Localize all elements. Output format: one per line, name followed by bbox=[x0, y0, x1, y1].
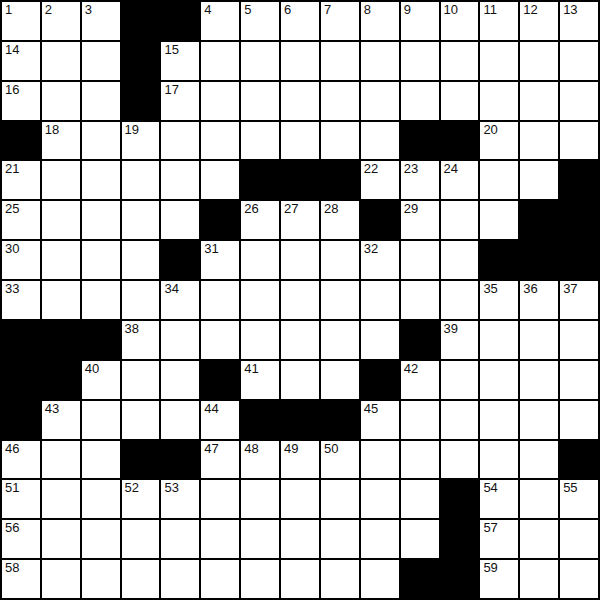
white-cell-r13-c7[interactable] bbox=[241, 480, 279, 518]
black-cell-r1-c4 bbox=[122, 2, 160, 40]
white-cell-r14-c15[interactable] bbox=[560, 520, 598, 558]
clue-number-18: 18 bbox=[45, 122, 59, 137]
white-cell-r3-c10[interactable] bbox=[361, 82, 399, 120]
clue-number-52: 52 bbox=[125, 480, 139, 495]
white-cell-r1-c13[interactable]: 11 bbox=[480, 2, 518, 40]
white-cell-r15-c2[interactable] bbox=[42, 560, 80, 598]
white-cell-r5-c2[interactable] bbox=[42, 161, 80, 199]
clue-number-49: 49 bbox=[284, 441, 298, 456]
white-cell-r12-c1[interactable]: 46 bbox=[2, 441, 40, 479]
clue-number-17: 17 bbox=[164, 82, 178, 97]
clue-number-55: 55 bbox=[563, 480, 577, 495]
clue-number-16: 16 bbox=[5, 82, 19, 97]
clue-number-23: 23 bbox=[404, 161, 418, 176]
clue-number-19: 19 bbox=[125, 122, 139, 137]
white-cell-r3-c12[interactable] bbox=[441, 82, 479, 120]
white-cell-r12-c14[interactable] bbox=[520, 441, 558, 479]
white-cell-r3-c7[interactable] bbox=[241, 82, 279, 120]
white-cell-r2-c8[interactable] bbox=[281, 42, 319, 80]
white-cell-r14-c6[interactable] bbox=[201, 520, 239, 558]
white-cell-r13-c1[interactable]: 51 bbox=[2, 480, 40, 518]
white-cell-r7-c7[interactable] bbox=[241, 241, 279, 279]
white-cell-r6-c9[interactable]: 28 bbox=[321, 201, 359, 239]
white-cell-r11-c2[interactable]: 43 bbox=[42, 401, 80, 439]
white-cell-r8-c9[interactable] bbox=[321, 281, 359, 319]
white-cell-r8-c6[interactable] bbox=[201, 281, 239, 319]
white-cell-r5-c13[interactable] bbox=[480, 161, 518, 199]
clue-number-15: 15 bbox=[164, 42, 178, 57]
white-cell-r15-c15[interactable] bbox=[560, 560, 598, 598]
clue-number-25: 25 bbox=[5, 201, 19, 216]
black-cell-r9-c11 bbox=[401, 321, 439, 359]
white-cell-r4-c5[interactable] bbox=[161, 122, 199, 160]
clue-number-20: 20 bbox=[483, 122, 497, 137]
black-cell-r14-c12 bbox=[441, 520, 479, 558]
crossword-board: 1234567891011121314151617181920212223242… bbox=[0, 0, 600, 600]
black-cell-r13-c12 bbox=[441, 480, 479, 518]
white-cell-r3-c13[interactable] bbox=[480, 82, 518, 120]
white-cell-r14-c14[interactable] bbox=[520, 520, 558, 558]
clue-number-21: 21 bbox=[5, 161, 19, 176]
white-cell-r10-c15[interactable] bbox=[560, 361, 598, 399]
white-cell-r11-c5[interactable] bbox=[161, 401, 199, 439]
white-cell-r13-c10[interactable] bbox=[361, 480, 399, 518]
white-cell-r12-c8[interactable]: 49 bbox=[281, 441, 319, 479]
clue-number-40: 40 bbox=[85, 361, 99, 376]
white-cell-r4-c7[interactable] bbox=[241, 122, 279, 160]
white-cell-r6-c13[interactable] bbox=[480, 201, 518, 239]
clue-number-12: 12 bbox=[523, 2, 537, 17]
white-cell-r10-c4[interactable] bbox=[122, 361, 160, 399]
white-cell-r7-c11[interactable] bbox=[401, 241, 439, 279]
white-cell-r10-c5[interactable] bbox=[161, 361, 199, 399]
white-cell-r2-c12[interactable] bbox=[441, 42, 479, 80]
black-cell-r12-c4 bbox=[122, 441, 160, 479]
white-cell-r8-c11[interactable] bbox=[401, 281, 439, 319]
white-cell-r15-c9[interactable] bbox=[321, 560, 359, 598]
white-cell-r6-c2[interactable] bbox=[42, 201, 80, 239]
white-cell-r10-c8[interactable] bbox=[281, 361, 319, 399]
black-cell-r9-c1 bbox=[2, 321, 40, 359]
black-cell-r6-c6 bbox=[201, 201, 239, 239]
white-cell-r14-c2[interactable] bbox=[42, 520, 80, 558]
white-cell-r14-c10[interactable] bbox=[361, 520, 399, 558]
white-cell-r7-c1[interactable]: 30 bbox=[2, 241, 40, 279]
white-cell-r14-c3[interactable] bbox=[82, 520, 120, 558]
white-cell-r10-c11[interactable]: 42 bbox=[401, 361, 439, 399]
white-cell-r8-c12[interactable] bbox=[441, 281, 479, 319]
white-cell-r4-c14[interactable] bbox=[520, 122, 558, 160]
white-cell-r8-c8[interactable] bbox=[281, 281, 319, 319]
white-cell-r2-c11[interactable] bbox=[401, 42, 439, 80]
clue-number-4: 4 bbox=[204, 2, 211, 17]
clue-number-53: 53 bbox=[164, 480, 178, 495]
black-cell-r12-c15 bbox=[560, 441, 598, 479]
clue-number-7: 7 bbox=[324, 2, 331, 17]
white-cell-r9-c10[interactable] bbox=[361, 321, 399, 359]
black-cell-r5-c8 bbox=[281, 161, 319, 199]
clue-number-59: 59 bbox=[483, 560, 497, 575]
white-cell-r7-c4[interactable] bbox=[122, 241, 160, 279]
white-cell-r7-c2[interactable] bbox=[42, 241, 80, 279]
black-cell-r6-c10 bbox=[361, 201, 399, 239]
white-cell-r12-c12[interactable] bbox=[441, 441, 479, 479]
white-cell-r2-c9[interactable] bbox=[321, 42, 359, 80]
white-cell-r14-c4[interactable] bbox=[122, 520, 160, 558]
black-cell-r5-c7 bbox=[241, 161, 279, 199]
clue-number-50: 50 bbox=[324, 441, 338, 456]
white-cell-r2-c15[interactable] bbox=[560, 42, 598, 80]
clue-number-32: 32 bbox=[364, 241, 378, 256]
clue-number-56: 56 bbox=[5, 520, 19, 535]
clue-number-34: 34 bbox=[164, 281, 178, 296]
white-cell-r8-c3[interactable] bbox=[82, 281, 120, 319]
black-cell-r11-c8 bbox=[281, 401, 319, 439]
clue-number-11: 11 bbox=[483, 2, 497, 17]
white-cell-r8-c4[interactable] bbox=[122, 281, 160, 319]
white-cell-r6-c5[interactable] bbox=[161, 201, 199, 239]
white-cell-r4-c3[interactable] bbox=[82, 122, 120, 160]
black-cell-r6-c15 bbox=[560, 201, 598, 239]
white-cell-r15-c7[interactable] bbox=[241, 560, 279, 598]
white-cell-r3-c11[interactable] bbox=[401, 82, 439, 120]
clue-number-42: 42 bbox=[404, 361, 418, 376]
white-cell-r9-c12[interactable]: 39 bbox=[441, 321, 479, 359]
white-cell-r7-c10[interactable]: 32 bbox=[361, 241, 399, 279]
white-cell-r2-c5[interactable]: 15 bbox=[161, 42, 199, 80]
white-cell-r3-c9[interactable] bbox=[321, 82, 359, 120]
clue-number-31: 31 bbox=[204, 241, 218, 256]
white-cell-r3-c2[interactable] bbox=[42, 82, 80, 120]
white-cell-r6-c3[interactable] bbox=[82, 201, 120, 239]
white-cell-r7-c6[interactable]: 31 bbox=[201, 241, 239, 279]
clue-number-44: 44 bbox=[204, 401, 218, 416]
white-cell-r5-c3[interactable] bbox=[82, 161, 120, 199]
white-cell-r2-c13[interactable] bbox=[480, 42, 518, 80]
white-cell-r2-c14[interactable] bbox=[520, 42, 558, 80]
white-cell-r4-c13[interactable]: 20 bbox=[480, 122, 518, 160]
clue-number-8: 8 bbox=[364, 2, 371, 17]
white-cell-r9-c13[interactable] bbox=[480, 321, 518, 359]
white-cell-r9-c9[interactable] bbox=[321, 321, 359, 359]
white-cell-r15-c8[interactable] bbox=[281, 560, 319, 598]
clue-number-5: 5 bbox=[244, 2, 251, 17]
white-cell-r11-c3[interactable] bbox=[82, 401, 120, 439]
white-cell-r4-c4[interactable]: 19 bbox=[122, 122, 160, 160]
white-cell-r12-c10[interactable] bbox=[361, 441, 399, 479]
white-cell-r1-c12[interactable]: 10 bbox=[441, 2, 479, 40]
white-cell-r6-c4[interactable] bbox=[122, 201, 160, 239]
white-cell-r11-c13[interactable] bbox=[480, 401, 518, 439]
white-cell-r3-c8[interactable] bbox=[281, 82, 319, 120]
white-cell-r9-c15[interactable] bbox=[560, 321, 598, 359]
white-cell-r5-c6[interactable] bbox=[201, 161, 239, 199]
white-cell-r4-c15[interactable] bbox=[560, 122, 598, 160]
white-cell-r8-c7[interactable] bbox=[241, 281, 279, 319]
white-cell-r14-c11[interactable] bbox=[401, 520, 439, 558]
white-cell-r13-c5[interactable]: 53 bbox=[161, 480, 199, 518]
clue-number-27: 27 bbox=[284, 201, 298, 216]
white-cell-r1-c3[interactable]: 3 bbox=[82, 2, 120, 40]
white-cell-r13-c15[interactable]: 55 bbox=[560, 480, 598, 518]
black-cell-r7-c15 bbox=[560, 241, 598, 279]
white-cell-r13-c8[interactable] bbox=[281, 480, 319, 518]
black-cell-r5-c9 bbox=[321, 161, 359, 199]
white-cell-r14-c8[interactable] bbox=[281, 520, 319, 558]
white-cell-r15-c6[interactable] bbox=[201, 560, 239, 598]
white-cell-r11-c10[interactable]: 45 bbox=[361, 401, 399, 439]
black-cell-r15-c12 bbox=[441, 560, 479, 598]
black-cell-r9-c3 bbox=[82, 321, 120, 359]
black-cell-r7-c14 bbox=[520, 241, 558, 279]
white-cell-r8-c13[interactable]: 35 bbox=[480, 281, 518, 319]
white-cell-r12-c6[interactable]: 47 bbox=[201, 441, 239, 479]
black-cell-r10-c1 bbox=[2, 361, 40, 399]
white-cell-r12-c11[interactable] bbox=[401, 441, 439, 479]
black-cell-r10-c10 bbox=[361, 361, 399, 399]
white-cell-r1-c14[interactable]: 12 bbox=[520, 2, 558, 40]
clue-number-51: 51 bbox=[5, 480, 19, 495]
white-cell-r4-c9[interactable] bbox=[321, 122, 359, 160]
white-cell-r1-c7[interactable]: 5 bbox=[241, 2, 279, 40]
white-cell-r9-c5[interactable] bbox=[161, 321, 199, 359]
white-cell-r13-c3[interactable] bbox=[82, 480, 120, 518]
white-cell-r7-c8[interactable] bbox=[281, 241, 319, 279]
white-cell-r10-c3[interactable]: 40 bbox=[82, 361, 120, 399]
white-cell-r8-c2[interactable] bbox=[42, 281, 80, 319]
clue-number-24: 24 bbox=[444, 161, 458, 176]
white-cell-r1-c9[interactable]: 7 bbox=[321, 2, 359, 40]
black-cell-r3-c4 bbox=[122, 82, 160, 120]
white-cell-r14-c5[interactable] bbox=[161, 520, 199, 558]
black-cell-r5-c15 bbox=[560, 161, 598, 199]
clue-number-14: 14 bbox=[5, 42, 19, 57]
white-cell-r6-c7[interactable]: 26 bbox=[241, 201, 279, 239]
white-cell-r13-c13[interactable]: 54 bbox=[480, 480, 518, 518]
white-cell-r14-c1[interactable]: 56 bbox=[2, 520, 40, 558]
white-cell-r2-c7[interactable] bbox=[241, 42, 279, 80]
white-cell-r5-c11[interactable]: 23 bbox=[401, 161, 439, 199]
clue-number-58: 58 bbox=[5, 560, 19, 575]
white-cell-r9-c8[interactable] bbox=[281, 321, 319, 359]
white-cell-r15-c10[interactable] bbox=[361, 560, 399, 598]
white-cell-r7-c12[interactable] bbox=[441, 241, 479, 279]
black-cell-r15-c11 bbox=[401, 560, 439, 598]
white-cell-r6-c12[interactable] bbox=[441, 201, 479, 239]
white-cell-r5-c12[interactable]: 24 bbox=[441, 161, 479, 199]
white-cell-r1-c6[interactable]: 4 bbox=[201, 2, 239, 40]
clue-number-22: 22 bbox=[364, 161, 378, 176]
white-cell-r5-c1[interactable]: 21 bbox=[2, 161, 40, 199]
black-cell-r4-c11 bbox=[401, 122, 439, 160]
white-cell-r8-c14[interactable]: 36 bbox=[520, 281, 558, 319]
white-cell-r12-c2[interactable] bbox=[42, 441, 80, 479]
white-cell-r2-c6[interactable] bbox=[201, 42, 239, 80]
white-cell-r13-c14[interactable] bbox=[520, 480, 558, 518]
clue-number-39: 39 bbox=[444, 321, 458, 336]
white-cell-r15-c14[interactable] bbox=[520, 560, 558, 598]
clue-number-36: 36 bbox=[523, 281, 537, 296]
white-cell-r3-c15[interactable] bbox=[560, 82, 598, 120]
white-cell-r1-c10[interactable]: 8 bbox=[361, 2, 399, 40]
white-cell-r13-c2[interactable] bbox=[42, 480, 80, 518]
clue-number-13: 13 bbox=[563, 2, 577, 17]
clue-number-37: 37 bbox=[563, 281, 577, 296]
white-cell-r9-c14[interactable] bbox=[520, 321, 558, 359]
clue-number-45: 45 bbox=[364, 401, 378, 416]
white-cell-r11-c4[interactable] bbox=[122, 401, 160, 439]
white-cell-r1-c1[interactable]: 1 bbox=[2, 2, 40, 40]
white-cell-r12-c7[interactable]: 48 bbox=[241, 441, 279, 479]
white-cell-r2-c3[interactable] bbox=[82, 42, 120, 80]
white-cell-r1-c11[interactable]: 9 bbox=[401, 2, 439, 40]
white-cell-r1-c2[interactable]: 2 bbox=[42, 2, 80, 40]
white-cell-r11-c6[interactable]: 44 bbox=[201, 401, 239, 439]
white-cell-r15-c5[interactable] bbox=[161, 560, 199, 598]
white-cell-r3-c5[interactable]: 17 bbox=[161, 82, 199, 120]
black-cell-r6-c14 bbox=[520, 201, 558, 239]
white-cell-r8-c10[interactable] bbox=[361, 281, 399, 319]
clue-number-47: 47 bbox=[204, 441, 218, 456]
white-cell-r1-c15[interactable]: 13 bbox=[560, 2, 598, 40]
clue-number-9: 9 bbox=[404, 2, 411, 17]
white-cell-r13-c6[interactable] bbox=[201, 480, 239, 518]
white-cell-r11-c12[interactable] bbox=[441, 401, 479, 439]
clue-number-41: 41 bbox=[244, 361, 258, 376]
white-cell-r13-c11[interactable] bbox=[401, 480, 439, 518]
black-cell-r4-c1 bbox=[2, 122, 40, 160]
white-cell-r10-c14[interactable] bbox=[520, 361, 558, 399]
white-cell-r14-c13[interactable]: 57 bbox=[480, 520, 518, 558]
white-cell-r6-c8[interactable]: 27 bbox=[281, 201, 319, 239]
black-cell-r9-c2 bbox=[42, 321, 80, 359]
white-cell-r5-c10[interactable]: 22 bbox=[361, 161, 399, 199]
white-cell-r5-c5[interactable] bbox=[161, 161, 199, 199]
white-cell-r8-c5[interactable]: 34 bbox=[161, 281, 199, 319]
black-cell-r10-c6 bbox=[201, 361, 239, 399]
white-cell-r4-c10[interactable] bbox=[361, 122, 399, 160]
white-cell-r10-c12[interactable] bbox=[441, 361, 479, 399]
white-cell-r15-c4[interactable] bbox=[122, 560, 160, 598]
white-cell-r3-c14[interactable] bbox=[520, 82, 558, 120]
white-cell-r3-c3[interactable] bbox=[82, 82, 120, 120]
white-cell-r9-c6[interactable] bbox=[201, 321, 239, 359]
black-cell-r4-c12 bbox=[441, 122, 479, 160]
clue-number-10: 10 bbox=[444, 2, 458, 17]
black-cell-r11-c1 bbox=[2, 401, 40, 439]
black-cell-r11-c7 bbox=[241, 401, 279, 439]
white-cell-r12-c3[interactable] bbox=[82, 441, 120, 479]
black-cell-r11-c9 bbox=[321, 401, 359, 439]
white-cell-r4-c6[interactable] bbox=[201, 122, 239, 160]
white-cell-r1-c8[interactable]: 6 bbox=[281, 2, 319, 40]
white-cell-r8-c15[interactable]: 37 bbox=[560, 281, 598, 319]
clue-number-29: 29 bbox=[404, 201, 418, 216]
white-cell-r7-c3[interactable] bbox=[82, 241, 120, 279]
clue-number-2: 2 bbox=[45, 2, 52, 17]
clue-number-48: 48 bbox=[244, 441, 258, 456]
white-cell-r10-c7[interactable]: 41 bbox=[241, 361, 279, 399]
white-cell-r11-c15[interactable] bbox=[560, 401, 598, 439]
clue-number-3: 3 bbox=[85, 2, 92, 17]
clue-number-38: 38 bbox=[125, 321, 139, 336]
white-cell-r4-c8[interactable] bbox=[281, 122, 319, 160]
white-cell-r4-c2[interactable]: 18 bbox=[42, 122, 80, 160]
clue-number-1: 1 bbox=[5, 2, 12, 17]
clue-number-6: 6 bbox=[284, 2, 291, 17]
clue-number-28: 28 bbox=[324, 201, 338, 216]
white-cell-r9-c7[interactable] bbox=[241, 321, 279, 359]
white-cell-r6-c1[interactable]: 25 bbox=[2, 201, 40, 239]
white-cell-r15-c1[interactable]: 58 bbox=[2, 560, 40, 598]
white-cell-r5-c4[interactable] bbox=[122, 161, 160, 199]
white-cell-r12-c9[interactable]: 50 bbox=[321, 441, 359, 479]
white-cell-r2-c10[interactable] bbox=[361, 42, 399, 80]
black-cell-r10-c2 bbox=[42, 361, 80, 399]
white-cell-r10-c9[interactable] bbox=[321, 361, 359, 399]
clue-number-35: 35 bbox=[483, 281, 497, 296]
black-cell-r12-c5 bbox=[161, 441, 199, 479]
white-cell-r10-c13[interactable] bbox=[480, 361, 518, 399]
clue-number-33: 33 bbox=[5, 281, 19, 296]
white-cell-r15-c3[interactable] bbox=[82, 560, 120, 598]
clue-number-46: 46 bbox=[5, 441, 19, 456]
black-cell-r1-c5 bbox=[161, 2, 199, 40]
white-cell-r11-c11[interactable] bbox=[401, 401, 439, 439]
black-cell-r2-c4 bbox=[122, 42, 160, 80]
white-cell-r7-c9[interactable] bbox=[321, 241, 359, 279]
black-cell-r7-c5 bbox=[161, 241, 199, 279]
white-cell-r2-c1[interactable]: 14 bbox=[2, 42, 40, 80]
white-cell-r9-c4[interactable]: 38 bbox=[122, 321, 160, 359]
clue-number-57: 57 bbox=[483, 520, 497, 535]
clue-number-30: 30 bbox=[5, 241, 19, 256]
black-cell-r7-c13 bbox=[480, 241, 518, 279]
white-cell-r12-c13[interactable] bbox=[480, 441, 518, 479]
clue-number-43: 43 bbox=[45, 401, 59, 416]
white-cell-r8-c1[interactable]: 33 bbox=[2, 281, 40, 319]
clue-number-54: 54 bbox=[483, 480, 497, 495]
white-cell-r3-c6[interactable] bbox=[201, 82, 239, 120]
white-cell-r6-c11[interactable]: 29 bbox=[401, 201, 439, 239]
white-cell-r14-c7[interactable] bbox=[241, 520, 279, 558]
white-cell-r5-c14[interactable] bbox=[520, 161, 558, 199]
clue-number-26: 26 bbox=[244, 201, 258, 216]
white-cell-r14-c9[interactable] bbox=[321, 520, 359, 558]
white-cell-r3-c1[interactable]: 16 bbox=[2, 82, 40, 120]
white-cell-r13-c4[interactable]: 52 bbox=[122, 480, 160, 518]
white-cell-r11-c14[interactable] bbox=[520, 401, 558, 439]
white-cell-r2-c2[interactable] bbox=[42, 42, 80, 80]
white-cell-r13-c9[interactable] bbox=[321, 480, 359, 518]
white-cell-r15-c13[interactable]: 59 bbox=[480, 560, 518, 598]
